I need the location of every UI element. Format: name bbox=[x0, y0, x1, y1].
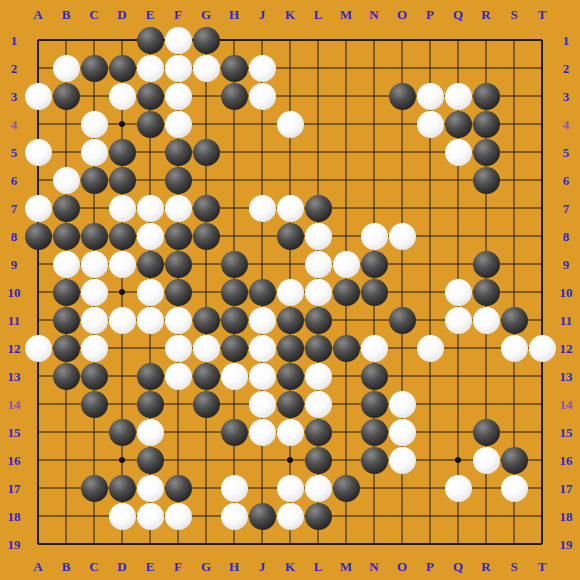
cell-Q13[interactable] bbox=[444, 362, 472, 390]
cell-Q10[interactable] bbox=[444, 278, 472, 306]
cell-Q5[interactable] bbox=[444, 138, 472, 166]
cell-K3[interactable] bbox=[276, 82, 304, 110]
cell-S4[interactable] bbox=[500, 110, 528, 138]
cell-T2[interactable] bbox=[528, 54, 556, 82]
cell-Q19[interactable] bbox=[444, 530, 472, 558]
cell-L5[interactable] bbox=[304, 138, 332, 166]
cell-N1[interactable] bbox=[360, 26, 388, 54]
cell-C14[interactable] bbox=[80, 390, 108, 418]
cell-M11[interactable] bbox=[332, 306, 360, 334]
cell-H1[interactable] bbox=[220, 26, 248, 54]
cell-L9[interactable] bbox=[304, 250, 332, 278]
cell-T9[interactable] bbox=[528, 250, 556, 278]
cell-N11[interactable] bbox=[360, 306, 388, 334]
cell-C2[interactable] bbox=[80, 54, 108, 82]
cell-R15[interactable] bbox=[472, 418, 500, 446]
cell-K6[interactable] bbox=[276, 166, 304, 194]
cell-R5[interactable] bbox=[472, 138, 500, 166]
cell-P18[interactable] bbox=[416, 502, 444, 530]
cell-G9[interactable] bbox=[192, 250, 220, 278]
cell-T12[interactable] bbox=[528, 334, 556, 362]
cell-J12[interactable] bbox=[248, 334, 276, 362]
cell-O6[interactable] bbox=[388, 166, 416, 194]
cell-G11[interactable] bbox=[192, 306, 220, 334]
cell-G14[interactable] bbox=[192, 390, 220, 418]
cell-E16[interactable] bbox=[136, 446, 164, 474]
cell-Q9[interactable] bbox=[444, 250, 472, 278]
cell-A9[interactable] bbox=[24, 250, 52, 278]
cell-P14[interactable] bbox=[416, 390, 444, 418]
cell-M19[interactable] bbox=[332, 530, 360, 558]
cell-O7[interactable] bbox=[388, 194, 416, 222]
cell-O9[interactable] bbox=[388, 250, 416, 278]
cell-N9[interactable] bbox=[360, 250, 388, 278]
cell-R19[interactable] bbox=[472, 530, 500, 558]
cell-F8[interactable] bbox=[164, 222, 192, 250]
cell-C1[interactable] bbox=[80, 26, 108, 54]
cell-P3[interactable] bbox=[416, 82, 444, 110]
cell-O12[interactable] bbox=[388, 334, 416, 362]
cell-B1[interactable] bbox=[52, 26, 80, 54]
cell-H19[interactable] bbox=[220, 530, 248, 558]
cell-T19[interactable] bbox=[528, 530, 556, 558]
cell-C12[interactable] bbox=[80, 334, 108, 362]
cell-E2[interactable] bbox=[136, 54, 164, 82]
cell-S3[interactable] bbox=[500, 82, 528, 110]
cell-O15[interactable] bbox=[388, 418, 416, 446]
cell-O1[interactable] bbox=[388, 26, 416, 54]
cell-D18[interactable] bbox=[108, 502, 136, 530]
cell-N3[interactable] bbox=[360, 82, 388, 110]
cell-S16[interactable] bbox=[500, 446, 528, 474]
cell-G8[interactable] bbox=[192, 222, 220, 250]
cell-Q7[interactable] bbox=[444, 194, 472, 222]
cell-H18[interactable] bbox=[220, 502, 248, 530]
cell-H16[interactable] bbox=[220, 446, 248, 474]
cell-D5[interactable] bbox=[108, 138, 136, 166]
cell-B10[interactable] bbox=[52, 278, 80, 306]
cell-B11[interactable] bbox=[52, 306, 80, 334]
cell-B4[interactable] bbox=[52, 110, 80, 138]
cell-S13[interactable] bbox=[500, 362, 528, 390]
cell-J2[interactable] bbox=[248, 54, 276, 82]
cell-C16[interactable] bbox=[80, 446, 108, 474]
cell-K14[interactable] bbox=[276, 390, 304, 418]
cell-J8[interactable] bbox=[248, 222, 276, 250]
cell-P13[interactable] bbox=[416, 362, 444, 390]
cell-J15[interactable] bbox=[248, 418, 276, 446]
cell-S17[interactable] bbox=[500, 474, 528, 502]
cell-B12[interactable] bbox=[52, 334, 80, 362]
cell-N7[interactable] bbox=[360, 194, 388, 222]
cell-Q11[interactable] bbox=[444, 306, 472, 334]
cell-G10[interactable] bbox=[192, 278, 220, 306]
cell-G4[interactable] bbox=[192, 110, 220, 138]
cell-P8[interactable] bbox=[416, 222, 444, 250]
cell-R1[interactable] bbox=[472, 26, 500, 54]
cell-T18[interactable] bbox=[528, 502, 556, 530]
cell-H2[interactable] bbox=[220, 54, 248, 82]
cell-B14[interactable] bbox=[52, 390, 80, 418]
cell-D17[interactable] bbox=[108, 474, 136, 502]
cell-B15[interactable] bbox=[52, 418, 80, 446]
cell-S5[interactable] bbox=[500, 138, 528, 166]
cell-B9[interactable] bbox=[52, 250, 80, 278]
cell-C10[interactable] bbox=[80, 278, 108, 306]
cell-A15[interactable] bbox=[24, 418, 52, 446]
cell-S6[interactable] bbox=[500, 166, 528, 194]
cell-K1[interactable] bbox=[276, 26, 304, 54]
cell-O13[interactable] bbox=[388, 362, 416, 390]
cell-E9[interactable] bbox=[136, 250, 164, 278]
cell-F1[interactable] bbox=[164, 26, 192, 54]
cell-J19[interactable] bbox=[248, 530, 276, 558]
cell-L7[interactable] bbox=[304, 194, 332, 222]
cell-P10[interactable] bbox=[416, 278, 444, 306]
cell-H15[interactable] bbox=[220, 418, 248, 446]
cell-R12[interactable] bbox=[472, 334, 500, 362]
cell-J17[interactable] bbox=[248, 474, 276, 502]
cell-K2[interactable] bbox=[276, 54, 304, 82]
cell-B3[interactable] bbox=[52, 82, 80, 110]
cell-S10[interactable] bbox=[500, 278, 528, 306]
cell-S14[interactable] bbox=[500, 390, 528, 418]
cell-F16[interactable] bbox=[164, 446, 192, 474]
cell-S1[interactable] bbox=[500, 26, 528, 54]
cell-R10[interactable] bbox=[472, 278, 500, 306]
cell-J9[interactable] bbox=[248, 250, 276, 278]
cell-O16[interactable] bbox=[388, 446, 416, 474]
cell-L15[interactable] bbox=[304, 418, 332, 446]
cell-N12[interactable] bbox=[360, 334, 388, 362]
cell-E4[interactable] bbox=[136, 110, 164, 138]
cell-E19[interactable] bbox=[136, 530, 164, 558]
cell-T13[interactable] bbox=[528, 362, 556, 390]
cell-M17[interactable] bbox=[332, 474, 360, 502]
cell-C11[interactable] bbox=[80, 306, 108, 334]
cell-B6[interactable] bbox=[52, 166, 80, 194]
cell-E3[interactable] bbox=[136, 82, 164, 110]
cell-G3[interactable] bbox=[192, 82, 220, 110]
cell-E10[interactable] bbox=[136, 278, 164, 306]
cell-F19[interactable] bbox=[164, 530, 192, 558]
cell-L11[interactable] bbox=[304, 306, 332, 334]
cell-K18[interactable] bbox=[276, 502, 304, 530]
cell-S18[interactable] bbox=[500, 502, 528, 530]
cell-C19[interactable] bbox=[80, 530, 108, 558]
cell-L18[interactable] bbox=[304, 502, 332, 530]
cell-H9[interactable] bbox=[220, 250, 248, 278]
cell-K8[interactable] bbox=[276, 222, 304, 250]
cell-K4[interactable] bbox=[276, 110, 304, 138]
cell-D13[interactable] bbox=[108, 362, 136, 390]
cell-G19[interactable] bbox=[192, 530, 220, 558]
cell-R14[interactable] bbox=[472, 390, 500, 418]
cell-K9[interactable] bbox=[276, 250, 304, 278]
cell-F9[interactable] bbox=[164, 250, 192, 278]
cell-D1[interactable] bbox=[108, 26, 136, 54]
cell-L2[interactable] bbox=[304, 54, 332, 82]
cell-D7[interactable] bbox=[108, 194, 136, 222]
cell-F10[interactable] bbox=[164, 278, 192, 306]
cell-F6[interactable] bbox=[164, 166, 192, 194]
cell-R9[interactable] bbox=[472, 250, 500, 278]
cell-N14[interactable] bbox=[360, 390, 388, 418]
cell-R4[interactable] bbox=[472, 110, 500, 138]
cell-F15[interactable] bbox=[164, 418, 192, 446]
cell-D14[interactable] bbox=[108, 390, 136, 418]
cell-K13[interactable] bbox=[276, 362, 304, 390]
cell-Q2[interactable] bbox=[444, 54, 472, 82]
cell-T14[interactable] bbox=[528, 390, 556, 418]
cell-G18[interactable] bbox=[192, 502, 220, 530]
cell-E12[interactable] bbox=[136, 334, 164, 362]
cell-H7[interactable] bbox=[220, 194, 248, 222]
cell-N15[interactable] bbox=[360, 418, 388, 446]
cell-C17[interactable] bbox=[80, 474, 108, 502]
cell-K17[interactable] bbox=[276, 474, 304, 502]
cell-O8[interactable] bbox=[388, 222, 416, 250]
cell-G16[interactable] bbox=[192, 446, 220, 474]
cell-S8[interactable] bbox=[500, 222, 528, 250]
cell-H8[interactable] bbox=[220, 222, 248, 250]
cell-R8[interactable] bbox=[472, 222, 500, 250]
cell-O11[interactable] bbox=[388, 306, 416, 334]
cell-N13[interactable] bbox=[360, 362, 388, 390]
cell-C6[interactable] bbox=[80, 166, 108, 194]
cell-D19[interactable] bbox=[108, 530, 136, 558]
cell-P5[interactable] bbox=[416, 138, 444, 166]
cell-P11[interactable] bbox=[416, 306, 444, 334]
cell-O18[interactable] bbox=[388, 502, 416, 530]
cell-J1[interactable] bbox=[248, 26, 276, 54]
cell-Q17[interactable] bbox=[444, 474, 472, 502]
cell-O17[interactable] bbox=[388, 474, 416, 502]
cell-T8[interactable] bbox=[528, 222, 556, 250]
cell-T15[interactable] bbox=[528, 418, 556, 446]
cell-D12[interactable] bbox=[108, 334, 136, 362]
cell-R6[interactable] bbox=[472, 166, 500, 194]
cell-B17[interactable] bbox=[52, 474, 80, 502]
cell-L19[interactable] bbox=[304, 530, 332, 558]
cell-J3[interactable] bbox=[248, 82, 276, 110]
cell-G15[interactable] bbox=[192, 418, 220, 446]
cell-M6[interactable] bbox=[332, 166, 360, 194]
cell-M10[interactable] bbox=[332, 278, 360, 306]
cell-J7[interactable] bbox=[248, 194, 276, 222]
cell-A7[interactable] bbox=[24, 194, 52, 222]
cell-P19[interactable] bbox=[416, 530, 444, 558]
cell-P2[interactable] bbox=[416, 54, 444, 82]
cell-L14[interactable] bbox=[304, 390, 332, 418]
cell-C4[interactable] bbox=[80, 110, 108, 138]
cell-A3[interactable] bbox=[24, 82, 52, 110]
cell-E17[interactable] bbox=[136, 474, 164, 502]
cell-K19[interactable] bbox=[276, 530, 304, 558]
cell-H11[interactable] bbox=[220, 306, 248, 334]
cell-M5[interactable] bbox=[332, 138, 360, 166]
cell-Q14[interactable] bbox=[444, 390, 472, 418]
cell-E15[interactable] bbox=[136, 418, 164, 446]
cell-Q1[interactable] bbox=[444, 26, 472, 54]
cell-Q8[interactable] bbox=[444, 222, 472, 250]
cell-J16[interactable] bbox=[248, 446, 276, 474]
cell-S9[interactable] bbox=[500, 250, 528, 278]
cell-D9[interactable] bbox=[108, 250, 136, 278]
cell-Q12[interactable] bbox=[444, 334, 472, 362]
cell-E1[interactable] bbox=[136, 26, 164, 54]
cell-F5[interactable] bbox=[164, 138, 192, 166]
cell-B19[interactable] bbox=[52, 530, 80, 558]
cell-M18[interactable] bbox=[332, 502, 360, 530]
cell-G12[interactable] bbox=[192, 334, 220, 362]
cell-B2[interactable] bbox=[52, 54, 80, 82]
cell-J4[interactable] bbox=[248, 110, 276, 138]
cell-A16[interactable] bbox=[24, 446, 52, 474]
cell-J10[interactable] bbox=[248, 278, 276, 306]
cell-T4[interactable] bbox=[528, 110, 556, 138]
cell-J11[interactable] bbox=[248, 306, 276, 334]
cell-A12[interactable] bbox=[24, 334, 52, 362]
cell-L12[interactable] bbox=[304, 334, 332, 362]
cell-N5[interactable] bbox=[360, 138, 388, 166]
cell-C9[interactable] bbox=[80, 250, 108, 278]
cell-A6[interactable] bbox=[24, 166, 52, 194]
cell-S15[interactable] bbox=[500, 418, 528, 446]
cell-O3[interactable] bbox=[388, 82, 416, 110]
cell-J13[interactable] bbox=[248, 362, 276, 390]
cell-A11[interactable] bbox=[24, 306, 52, 334]
cell-F3[interactable] bbox=[164, 82, 192, 110]
cell-T1[interactable] bbox=[528, 26, 556, 54]
cell-L17[interactable] bbox=[304, 474, 332, 502]
cell-B7[interactable] bbox=[52, 194, 80, 222]
cell-R3[interactable] bbox=[472, 82, 500, 110]
cell-S7[interactable] bbox=[500, 194, 528, 222]
cell-T7[interactable] bbox=[528, 194, 556, 222]
cell-N10[interactable] bbox=[360, 278, 388, 306]
cell-C5[interactable] bbox=[80, 138, 108, 166]
cell-E14[interactable] bbox=[136, 390, 164, 418]
cell-G6[interactable] bbox=[192, 166, 220, 194]
cell-A13[interactable] bbox=[24, 362, 52, 390]
cell-M1[interactable] bbox=[332, 26, 360, 54]
cell-R16[interactable] bbox=[472, 446, 500, 474]
cell-A18[interactable] bbox=[24, 502, 52, 530]
cell-L1[interactable] bbox=[304, 26, 332, 54]
cell-M7[interactable] bbox=[332, 194, 360, 222]
cell-F18[interactable] bbox=[164, 502, 192, 530]
cell-E18[interactable] bbox=[136, 502, 164, 530]
cell-K16[interactable] bbox=[276, 446, 304, 474]
cell-C13[interactable] bbox=[80, 362, 108, 390]
cell-T11[interactable] bbox=[528, 306, 556, 334]
cell-A19[interactable] bbox=[24, 530, 52, 558]
cell-T5[interactable] bbox=[528, 138, 556, 166]
cell-P9[interactable] bbox=[416, 250, 444, 278]
cell-H12[interactable] bbox=[220, 334, 248, 362]
cell-J6[interactable] bbox=[248, 166, 276, 194]
cell-H6[interactable] bbox=[220, 166, 248, 194]
cell-M8[interactable] bbox=[332, 222, 360, 250]
cell-H10[interactable] bbox=[220, 278, 248, 306]
cell-H4[interactable] bbox=[220, 110, 248, 138]
cell-K7[interactable] bbox=[276, 194, 304, 222]
cell-P17[interactable] bbox=[416, 474, 444, 502]
cell-E7[interactable] bbox=[136, 194, 164, 222]
cell-F7[interactable] bbox=[164, 194, 192, 222]
cell-M3[interactable] bbox=[332, 82, 360, 110]
cell-F4[interactable] bbox=[164, 110, 192, 138]
cell-T6[interactable] bbox=[528, 166, 556, 194]
cell-K11[interactable] bbox=[276, 306, 304, 334]
cell-Q4[interactable] bbox=[444, 110, 472, 138]
cell-E13[interactable] bbox=[136, 362, 164, 390]
cell-F13[interactable] bbox=[164, 362, 192, 390]
cell-P1[interactable] bbox=[416, 26, 444, 54]
cell-A14[interactable] bbox=[24, 390, 52, 418]
cell-A4[interactable] bbox=[24, 110, 52, 138]
cell-G7[interactable] bbox=[192, 194, 220, 222]
cell-A2[interactable] bbox=[24, 54, 52, 82]
cell-D4[interactable] bbox=[108, 110, 136, 138]
cell-C7[interactable] bbox=[80, 194, 108, 222]
cell-C18[interactable] bbox=[80, 502, 108, 530]
cell-O4[interactable] bbox=[388, 110, 416, 138]
cell-Q6[interactable] bbox=[444, 166, 472, 194]
cell-G5[interactable] bbox=[192, 138, 220, 166]
cell-M12[interactable] bbox=[332, 334, 360, 362]
cell-A17[interactable] bbox=[24, 474, 52, 502]
cell-B5[interactable] bbox=[52, 138, 80, 166]
cell-B8[interactable] bbox=[52, 222, 80, 250]
cell-P4[interactable] bbox=[416, 110, 444, 138]
cell-L3[interactable] bbox=[304, 82, 332, 110]
cell-D16[interactable] bbox=[108, 446, 136, 474]
cell-M15[interactable] bbox=[332, 418, 360, 446]
cell-M13[interactable] bbox=[332, 362, 360, 390]
cell-O19[interactable] bbox=[388, 530, 416, 558]
cell-H14[interactable] bbox=[220, 390, 248, 418]
cell-T3[interactable] bbox=[528, 82, 556, 110]
cell-D6[interactable] bbox=[108, 166, 136, 194]
cell-E6[interactable] bbox=[136, 166, 164, 194]
cell-M14[interactable] bbox=[332, 390, 360, 418]
cell-N16[interactable] bbox=[360, 446, 388, 474]
cell-B18[interactable] bbox=[52, 502, 80, 530]
cell-Q16[interactable] bbox=[444, 446, 472, 474]
cell-H17[interactable] bbox=[220, 474, 248, 502]
cell-P12[interactable] bbox=[416, 334, 444, 362]
cell-L6[interactable] bbox=[304, 166, 332, 194]
cell-K15[interactable] bbox=[276, 418, 304, 446]
cell-T16[interactable] bbox=[528, 446, 556, 474]
cell-C15[interactable] bbox=[80, 418, 108, 446]
cell-L13[interactable] bbox=[304, 362, 332, 390]
cell-M4[interactable] bbox=[332, 110, 360, 138]
cell-H3[interactable] bbox=[220, 82, 248, 110]
cell-R7[interactable] bbox=[472, 194, 500, 222]
cell-L10[interactable] bbox=[304, 278, 332, 306]
cell-M2[interactable] bbox=[332, 54, 360, 82]
cell-N8[interactable] bbox=[360, 222, 388, 250]
cell-A10[interactable] bbox=[24, 278, 52, 306]
cell-F14[interactable] bbox=[164, 390, 192, 418]
cell-P15[interactable] bbox=[416, 418, 444, 446]
cell-O10[interactable] bbox=[388, 278, 416, 306]
cell-O14[interactable] bbox=[388, 390, 416, 418]
cell-O2[interactable] bbox=[388, 54, 416, 82]
